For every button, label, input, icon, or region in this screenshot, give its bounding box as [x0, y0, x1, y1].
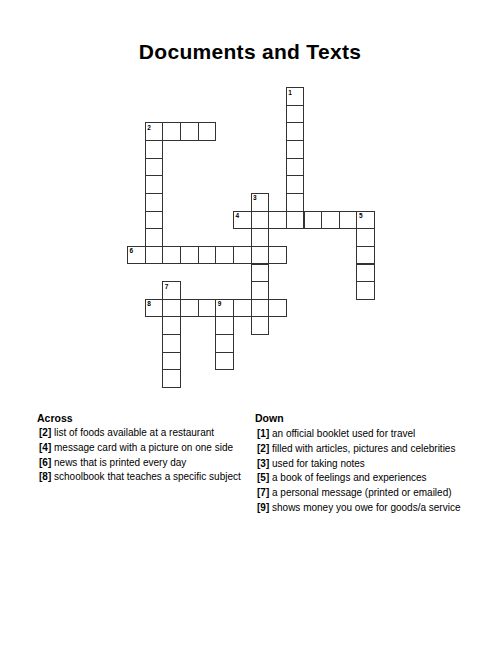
down-clue-2: [2] filled with articles, pictures and c… [257, 442, 460, 457]
cell-r12c3[interactable] [180, 299, 199, 318]
cell-r9c5[interactable] [215, 246, 234, 265]
cell-r7c12[interactable] [339, 211, 358, 230]
across-clue-8: [8] schoolbook that teaches a specific s… [39, 470, 241, 485]
down-clue-7: [7] a personal message (printed or email… [257, 486, 460, 501]
cell-r7c7[interactable] [251, 211, 270, 230]
cell-r0c9[interactable]: 1 [286, 87, 305, 106]
cell-r9c6[interactable] [233, 246, 252, 265]
cell-r3c1[interactable] [145, 140, 164, 159]
cell-r9c0[interactable]: 6 [127, 246, 146, 265]
cell-r13c7[interactable] [251, 316, 270, 335]
cell-r15c5[interactable] [215, 352, 234, 371]
cell-r7c9[interactable] [286, 211, 305, 230]
down-clue-number-1: [1] [257, 428, 269, 439]
cell-r15c2[interactable] [162, 352, 181, 371]
cell-r11c7[interactable] [251, 281, 270, 300]
cell-r9c1[interactable] [145, 246, 164, 265]
across-clue-list: [2] list of foods available at a restaur… [39, 426, 241, 485]
across-clue-number-2: [2] [39, 427, 51, 438]
cell-r12c7[interactable] [251, 299, 270, 318]
down-clue-number-5: [5] [257, 472, 269, 483]
down-clue-list: [1] an official booklet used for travel[… [257, 427, 460, 516]
cell-r16c2[interactable] [162, 369, 181, 388]
cell-r2c9[interactable] [286, 122, 305, 141]
across-clue-number-4: [4] [39, 442, 51, 453]
clue-number: 7 [165, 283, 169, 290]
cell-r6c7[interactable]: 3 [251, 193, 270, 212]
down-clue-5: [5] a book of feelings and experiences [257, 471, 460, 486]
cell-r7c1[interactable] [145, 211, 164, 230]
clue-number: 9 [218, 300, 222, 307]
cell-r2c3[interactable] [180, 122, 199, 141]
cell-r5c9[interactable] [286, 175, 305, 194]
cell-r7c11[interactable] [321, 211, 340, 230]
cell-r3c9[interactable] [286, 140, 305, 159]
cell-r13c5[interactable] [215, 316, 234, 335]
across-clue-number-6: [6] [39, 457, 51, 468]
cell-r12c5[interactable]: 9 [215, 299, 234, 318]
cell-r8c7[interactable] [251, 228, 270, 247]
cell-r12c1[interactable]: 8 [145, 299, 164, 318]
down-clue-9: [9] shows money you owe for goods/a serv… [257, 501, 460, 516]
clue-number: 6 [130, 247, 134, 254]
clue-number: 2 [147, 124, 151, 131]
cell-r4c9[interactable] [286, 158, 305, 177]
cell-r7c13[interactable]: 5 [356, 211, 375, 230]
cell-r12c4[interactable] [198, 299, 217, 318]
cell-r12c8[interactable] [268, 299, 287, 318]
page: { "title": "Documents and Texts", "game"… [0, 0, 500, 647]
puzzle-title: Documents and Texts [0, 40, 500, 64]
cell-r4c1[interactable] [145, 158, 164, 177]
down-clue-1: [1] an official booklet used for travel [257, 427, 460, 442]
cell-r9c7[interactable] [251, 246, 270, 265]
cell-r6c1[interactable] [145, 193, 164, 212]
down-clue-3: [3] used for taking notes [257, 457, 460, 472]
cell-r2c1[interactable]: 2 [145, 122, 164, 141]
cell-r1c9[interactable] [286, 105, 305, 124]
cell-r12c6[interactable] [233, 299, 252, 318]
across-clue-number-8: [8] [39, 471, 51, 482]
cell-r11c2[interactable]: 7 [162, 281, 181, 300]
cell-r7c6[interactable]: 4 [233, 211, 252, 230]
cell-r13c2[interactable] [162, 316, 181, 335]
cell-r12c2[interactable] [162, 299, 181, 318]
cell-r9c8[interactable] [268, 246, 287, 265]
across-header: Across [37, 412, 73, 424]
cell-r14c2[interactable] [162, 334, 181, 353]
down-clue-number-9: [9] [257, 502, 269, 513]
cell-r2c4[interactable] [198, 122, 217, 141]
clue-number: 5 [359, 212, 363, 219]
clue-number: 4 [235, 212, 239, 219]
cell-r2c2[interactable] [162, 122, 181, 141]
clue-number: 1 [288, 89, 292, 96]
cell-r6c9[interactable] [286, 193, 305, 212]
cell-r8c13[interactable] [356, 228, 375, 247]
cell-r9c3[interactable] [180, 246, 199, 265]
cell-r9c2[interactable] [162, 246, 181, 265]
cell-r9c13[interactable] [356, 246, 375, 265]
down-header: Down [255, 412, 284, 424]
cell-r10c7[interactable] [251, 264, 270, 283]
cell-r9c4[interactable] [198, 246, 217, 265]
down-clue-number-2: [2] [257, 443, 269, 454]
cell-r7c10[interactable] [304, 211, 323, 230]
cell-r11c13[interactable] [356, 281, 375, 300]
down-clue-number-3: [3] [257, 458, 269, 469]
clue-number: 8 [147, 300, 151, 307]
cell-r10c13[interactable] [356, 264, 375, 283]
across-clue-4: [4] message card with a picture on one s… [39, 441, 241, 456]
clue-number: 3 [253, 194, 257, 201]
down-clue-number-7: [7] [257, 487, 269, 498]
cell-r14c5[interactable] [215, 334, 234, 353]
cell-r5c1[interactable] [145, 175, 164, 194]
cell-r7c8[interactable] [268, 211, 287, 230]
across-clue-6: [6] news that is printed every day [39, 456, 241, 471]
across-clue-2: [2] list of foods available at a restaur… [39, 426, 241, 441]
cell-r8c1[interactable] [145, 228, 164, 247]
